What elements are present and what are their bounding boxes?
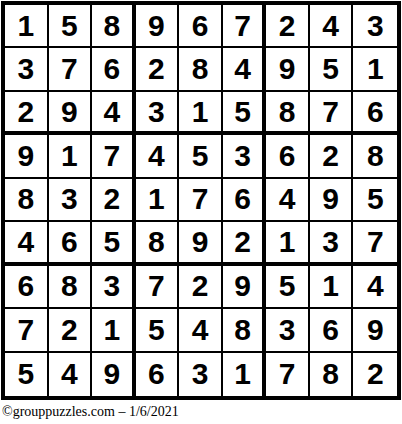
cell-r7c8: 1 <box>310 266 354 309</box>
cell-r4c4: 4 <box>136 135 180 178</box>
cell-r8c7: 3 <box>266 309 310 352</box>
cell-r3c3: 4 <box>92 92 136 135</box>
cell-r1c9: 3 <box>353 5 397 48</box>
cell-r1c5: 6 <box>179 5 223 48</box>
cell-r6c3: 5 <box>92 222 136 265</box>
cell-r5c4: 1 <box>136 179 180 222</box>
cell-r3c4: 3 <box>136 92 180 135</box>
cell-r8c3: 1 <box>92 309 136 352</box>
cell-r4c8: 2 <box>310 135 354 178</box>
cell-r9c1: 5 <box>5 353 49 396</box>
cell-r8c6: 8 <box>223 309 267 352</box>
cell-r5c2: 3 <box>49 179 93 222</box>
cell-r3c8: 7 <box>310 92 354 135</box>
cell-r2c4: 2 <box>136 48 180 91</box>
cell-r5c5: 7 <box>179 179 223 222</box>
cell-r7c6: 9 <box>223 266 267 309</box>
cell-r9c6: 1 <box>223 353 267 396</box>
cell-r9c5: 3 <box>179 353 223 396</box>
cell-r2c2: 7 <box>49 48 93 91</box>
cell-r8c9: 9 <box>353 309 397 352</box>
cell-r3c2: 9 <box>49 92 93 135</box>
cell-r7c5: 2 <box>179 266 223 309</box>
cell-r5c1: 8 <box>5 179 49 222</box>
cell-r9c4: 6 <box>136 353 180 396</box>
cell-r1c8: 4 <box>310 5 354 48</box>
cell-r2c5: 8 <box>179 48 223 91</box>
cell-r5c3: 2 <box>92 179 136 222</box>
cell-r3c7: 8 <box>266 92 310 135</box>
cell-r2c9: 1 <box>353 48 397 91</box>
cell-r4c3: 7 <box>92 135 136 178</box>
cell-r8c2: 2 <box>49 309 93 352</box>
cell-r9c2: 4 <box>49 353 93 396</box>
cell-r1c7: 2 <box>266 5 310 48</box>
cell-r8c1: 7 <box>5 309 49 352</box>
cell-r8c4: 5 <box>136 309 180 352</box>
cell-r5c9: 5 <box>353 179 397 222</box>
cell-r6c4: 8 <box>136 222 180 265</box>
cell-r5c7: 4 <box>266 179 310 222</box>
sudoku-page: 1589672433762849512943158769174536288321… <box>0 0 402 424</box>
copyright-credit: ©grouppuzzles.com – 1/6/2021 <box>2 404 179 420</box>
cell-r6c2: 6 <box>49 222 93 265</box>
cell-r7c4: 7 <box>136 266 180 309</box>
cell-r1c3: 8 <box>92 5 136 48</box>
cell-r9c7: 7 <box>266 353 310 396</box>
cell-r6c5: 9 <box>179 222 223 265</box>
cell-r6c7: 1 <box>266 222 310 265</box>
cell-r6c6: 2 <box>223 222 267 265</box>
cell-r9c3: 9 <box>92 353 136 396</box>
cell-r3c6: 5 <box>223 92 267 135</box>
cell-r1c6: 7 <box>223 5 267 48</box>
cell-r7c1: 6 <box>5 266 49 309</box>
cell-r9c9: 2 <box>353 353 397 396</box>
cell-r4c6: 3 <box>223 135 267 178</box>
cell-r7c3: 3 <box>92 266 136 309</box>
cell-r2c1: 3 <box>5 48 49 91</box>
cell-r4c9: 8 <box>353 135 397 178</box>
cell-r3c9: 6 <box>353 92 397 135</box>
cell-r9c8: 8 <box>310 353 354 396</box>
cell-r2c8: 5 <box>310 48 354 91</box>
cell-r4c2: 1 <box>49 135 93 178</box>
cell-r6c9: 7 <box>353 222 397 265</box>
cell-r1c4: 9 <box>136 5 180 48</box>
cell-r6c1: 4 <box>5 222 49 265</box>
cell-r2c7: 9 <box>266 48 310 91</box>
sudoku-board: 1589672433762849512943158769174536288321… <box>1 1 401 400</box>
cell-r1c2: 5 <box>49 5 93 48</box>
cell-r5c6: 6 <box>223 179 267 222</box>
cell-r3c1: 2 <box>5 92 49 135</box>
cell-r4c5: 5 <box>179 135 223 178</box>
cell-r7c2: 8 <box>49 266 93 309</box>
cell-r1c1: 1 <box>5 5 49 48</box>
cell-r5c8: 9 <box>310 179 354 222</box>
cell-r7c7: 5 <box>266 266 310 309</box>
cell-r2c3: 6 <box>92 48 136 91</box>
cell-r8c5: 4 <box>179 309 223 352</box>
cell-r2c6: 4 <box>223 48 267 91</box>
cell-r8c8: 6 <box>310 309 354 352</box>
cell-r4c7: 6 <box>266 135 310 178</box>
cell-r6c8: 3 <box>310 222 354 265</box>
cell-r3c5: 1 <box>179 92 223 135</box>
cell-r7c9: 4 <box>353 266 397 309</box>
cell-r4c1: 9 <box>5 135 49 178</box>
